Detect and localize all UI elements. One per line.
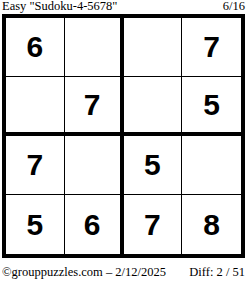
cell-r3c3-given-5[interactable]: 5: [124, 136, 183, 195]
cell-r1c4-given-7[interactable]: 7: [182, 18, 241, 77]
cell-r4c3-given-7[interactable]: 7: [124, 195, 183, 254]
cell-r1c1-given-6[interactable]: 6: [6, 18, 65, 77]
cell-r2c3-empty[interactable]: [124, 77, 183, 136]
cell-r3c4-empty[interactable]: [182, 136, 241, 195]
sudoku-page: Easy "Sudoku-4-5678" 6/16 6775755678 ©gr…: [0, 0, 247, 282]
cell-r1c2-empty[interactable]: [65, 18, 124, 77]
cell-r2c2-given-7[interactable]: 7: [65, 77, 124, 136]
cell-r4c2-given-6[interactable]: 6: [65, 195, 124, 254]
copyright-text: ©grouppuzzles.com – 2/12/2025: [2, 265, 166, 280]
cell-r3c1-given-7[interactable]: 7: [6, 136, 65, 195]
cell-r2c4-given-5[interactable]: 5: [182, 77, 241, 136]
difficulty-text: Diff: 2 / 51: [189, 265, 245, 280]
cell-r2c1-empty[interactable]: [6, 77, 65, 136]
page-header: Easy "Sudoku-4-5678" 6/16: [2, 0, 245, 13]
page-number: 6/16: [223, 0, 245, 13]
cell-r4c1-given-5[interactable]: 5: [6, 195, 65, 254]
sudoku-board: 6775755678: [2, 14, 245, 258]
cell-r4c4-given-8[interactable]: 8: [182, 195, 241, 254]
cell-r1c3-empty[interactable]: [124, 18, 183, 77]
cell-r3c2-empty[interactable]: [65, 136, 124, 195]
page-footer: ©grouppuzzles.com – 2/12/2025 Diff: 2 / …: [2, 264, 245, 280]
puzzle-title: Easy "Sudoku-4-5678": [2, 0, 117, 13]
